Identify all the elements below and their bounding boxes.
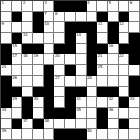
black-cell-r11c3: [22, 108, 33, 119]
clue-number-16: 16: [108, 44, 113, 49]
cell-r10c4[interactable]: 30: [33, 97, 44, 108]
cell-r6c7[interactable]: [65, 54, 76, 65]
cell-r8c2[interactable]: 26: [12, 76, 23, 87]
cell-r13c12[interactable]: [119, 129, 130, 140]
black-cell-r8c1: [1, 76, 12, 87]
clue-number-19: 19: [34, 54, 39, 59]
black-cell-r3c9: [87, 22, 98, 33]
black-cell-r3c7: [65, 22, 76, 33]
cell-r8c12[interactable]: [119, 76, 130, 87]
black-cell-r9c13: [129, 87, 140, 98]
cell-r12c8[interactable]: [76, 119, 87, 130]
clue-number-24: 24: [2, 65, 7, 70]
cell-r2c9[interactable]: [87, 12, 98, 23]
black-cell-r9c11: [108, 87, 119, 98]
cell-r8c6[interactable]: 27: [54, 76, 65, 87]
clue-number-25: 25: [98, 65, 103, 70]
cell-r12c5[interactable]: 38: [44, 119, 55, 130]
cell-r9c3[interactable]: [22, 87, 33, 98]
cell-r9c9[interactable]: [87, 87, 98, 98]
cell-r5c5[interactable]: [44, 44, 55, 55]
cell-r4c5[interactable]: [44, 33, 55, 44]
cell-r1c3[interactable]: 2: [22, 1, 33, 12]
black-cell-r3c11: [108, 22, 119, 33]
cell-r13c2[interactable]: [12, 129, 23, 140]
black-cell-r4c7: [65, 33, 76, 44]
black-cell-r10c7: [65, 97, 76, 108]
cell-r12c6[interactable]: [54, 119, 65, 130]
clue-number-39: 39: [2, 129, 7, 134]
cell-r2c11[interactable]: [108, 12, 119, 23]
black-cell-r11c10: [97, 108, 108, 119]
cell-r8c8[interactable]: [76, 76, 87, 87]
cell-r1c4[interactable]: [33, 1, 44, 12]
cell-r7c2[interactable]: [12, 65, 23, 76]
clue-number-15: 15: [12, 44, 17, 49]
cell-r6c8[interactable]: [76, 54, 87, 65]
cell-r10c8[interactable]: 31: [76, 97, 87, 108]
cell-r9c6[interactable]: [54, 87, 65, 98]
black-cell-r13c7: [65, 129, 76, 140]
cell-r11c12[interactable]: [119, 108, 130, 119]
cell-r2c3[interactable]: [22, 12, 33, 23]
black-cell-r4c2: [12, 33, 23, 44]
cell-r13c13[interactable]: [129, 129, 140, 140]
black-cell-r2c12: [119, 12, 130, 23]
cell-r11c11[interactable]: 36: [108, 108, 119, 119]
cell-r4c8[interactable]: 14: [76, 33, 87, 44]
clue-number-33: 33: [130, 97, 135, 102]
black-cell-r12c10: [97, 119, 108, 130]
cell-r11c13[interactable]: [129, 108, 140, 119]
cell-r4c4[interactable]: [33, 33, 44, 44]
cell-r6c5[interactable]: [44, 54, 55, 65]
black-cell-r11c5: [44, 108, 55, 119]
cell-r6c6[interactable]: 20: [54, 54, 65, 65]
clue-number-17: 17: [12, 54, 17, 59]
cell-r6c2[interactable]: 17: [12, 54, 23, 65]
black-cell-r9c1: [1, 87, 12, 98]
clue-number-5: 5: [108, 1, 110, 6]
cell-r12c13[interactable]: [129, 119, 140, 130]
cell-r10c10[interactable]: [97, 97, 108, 108]
cell-r1c9[interactable]: 4: [87, 1, 98, 12]
cell-r11c2[interactable]: [12, 108, 23, 119]
black-cell-r5c12: [119, 44, 130, 55]
black-cell-r10c3: [22, 97, 33, 108]
cell-r5c11[interactable]: 16: [108, 44, 119, 55]
clue-number-4: 4: [87, 1, 89, 6]
black-cell-r11c6: [54, 108, 65, 119]
black-cell-r12c2: [12, 119, 23, 130]
cell-r10c9[interactable]: [87, 97, 98, 108]
clue-number-7: 7: [44, 12, 46, 17]
cell-r3c3[interactable]: [22, 22, 33, 33]
cell-r1c12[interactable]: [119, 1, 130, 12]
cell-r2c8[interactable]: [76, 12, 87, 23]
black-cell-r2c4: [33, 12, 44, 23]
cell-r1c1[interactable]: 1: [1, 1, 12, 12]
black-cell-r3c4: [33, 22, 44, 33]
cell-r7c12[interactable]: [119, 65, 130, 76]
clue-number-21: 21: [98, 54, 103, 59]
cell-r3c2[interactable]: [12, 22, 23, 33]
black-cell-r4c11: [108, 33, 119, 44]
black-cell-r13c8: [76, 129, 87, 140]
cell-r5c2[interactable]: 15: [12, 44, 23, 55]
cell-r10c6[interactable]: [54, 97, 65, 108]
cell-r13c4[interactable]: [33, 129, 44, 140]
clue-number-29: 29: [12, 97, 17, 102]
cell-r3c6[interactable]: [54, 22, 65, 33]
black-cell-r4c13: [129, 33, 140, 44]
black-cell-r6c9: [87, 54, 98, 65]
cell-r13c1[interactable]: 39: [1, 129, 12, 140]
cell-r10c11[interactable]: 32: [108, 97, 119, 108]
cell-r7c1[interactable]: 24: [1, 65, 12, 76]
cell-r7c4[interactable]: [33, 65, 44, 76]
cell-r2c5[interactable]: 7: [44, 12, 55, 23]
cell-r13c9[interactable]: 40: [87, 129, 98, 140]
cell-r13c3[interactable]: [22, 129, 33, 140]
black-cell-r12c4: [33, 119, 44, 130]
cell-r1c11[interactable]: 5: [108, 1, 119, 12]
cell-r12c3[interactable]: 37: [22, 119, 33, 130]
clue-number-32: 32: [108, 97, 113, 102]
black-cell-r1c6: [54, 1, 65, 12]
cell-r4c12[interactable]: [119, 33, 130, 44]
cell-r8c4[interactable]: [33, 76, 44, 87]
clue-number-20: 20: [55, 54, 60, 59]
cell-r3c1[interactable]: 9: [1, 22, 12, 33]
cell-r11c9[interactable]: [87, 108, 98, 119]
clue-number-18: 18: [23, 54, 28, 59]
cell-r11c4[interactable]: [33, 108, 44, 119]
clue-number-1: 1: [2, 1, 4, 6]
cell-r7c10[interactable]: 25: [97, 65, 108, 76]
black-cell-r7c7: [65, 65, 76, 76]
cell-r7c8[interactable]: [76, 65, 87, 76]
clue-number-2: 2: [23, 1, 25, 6]
cell-r12c7[interactable]: [65, 119, 76, 130]
cell-r4c1[interactable]: [1, 33, 12, 44]
clue-number-10: 10: [44, 22, 49, 27]
cell-r12c1[interactable]: [1, 119, 12, 130]
cell-r1c10[interactable]: [97, 1, 108, 12]
black-cell-r9c10: [97, 87, 108, 98]
cell-r4c6[interactable]: [54, 33, 65, 44]
black-cell-r7c9: [87, 65, 98, 76]
cell-r7c13[interactable]: [129, 65, 140, 76]
cell-r6c4[interactable]: 19: [33, 54, 44, 65]
cell-r7c3[interactable]: [22, 65, 33, 76]
cell-r1c2[interactable]: [12, 1, 23, 12]
black-cell-r8c5: [44, 76, 55, 87]
cell-r3c13[interactable]: [129, 22, 140, 33]
cell-r2c1[interactable]: [1, 12, 12, 23]
cell-r10c13[interactable]: 33: [129, 97, 140, 108]
cell-r8c7[interactable]: [65, 76, 76, 87]
cell-r3c10[interactable]: 11: [97, 22, 108, 33]
cell-r6c3[interactable]: 18: [22, 54, 33, 65]
clue-number-37: 37: [23, 119, 28, 124]
black-cell-r10c12: [119, 97, 130, 108]
cell-r2c13[interactable]: [129, 12, 140, 23]
cell-r13c11[interactable]: [108, 129, 119, 140]
black-cell-r5c10: [97, 44, 108, 55]
black-cell-r6c1: [1, 54, 12, 65]
cell-r1c5[interactable]: 3: [44, 1, 55, 12]
clue-number-11: 11: [98, 22, 103, 27]
black-cell-r5c13: [129, 44, 140, 55]
clue-number-30: 30: [34, 97, 39, 102]
clue-number-3: 3: [44, 1, 46, 6]
black-cell-r1c8: [76, 1, 87, 12]
cell-r12c11[interactable]: [108, 119, 119, 130]
black-cell-r5c7: [65, 44, 76, 55]
cell-r5c8[interactable]: [76, 44, 87, 55]
cell-r9c12[interactable]: [119, 87, 130, 98]
crossword-grid: 1234567891011121314151617181920212224252…: [0, 0, 140, 140]
clue-number-35: 35: [76, 108, 81, 113]
clue-number-6: 6: [130, 1, 132, 6]
clue-number-9: 9: [2, 22, 4, 27]
cell-r2c6[interactable]: 8: [54, 12, 65, 23]
cell-r7c11[interactable]: [108, 65, 119, 76]
cell-r1c13[interactable]: 6: [129, 1, 140, 12]
cell-r10c2[interactable]: 29: [12, 97, 23, 108]
black-cell-r2c10: [97, 12, 108, 23]
cell-r8c11[interactable]: [108, 76, 119, 87]
clue-number-40: 40: [87, 129, 92, 134]
cell-r8c10[interactable]: [97, 76, 108, 87]
cell-r13c10[interactable]: [97, 129, 108, 140]
cell-r4c10[interactable]: [97, 33, 108, 44]
black-cell-r6c13: [129, 54, 140, 65]
clue-number-28: 28: [87, 76, 92, 81]
cell-r6c11[interactable]: [108, 54, 119, 65]
black-cell-r3c8: [76, 22, 87, 33]
black-cell-r5c9: [87, 44, 98, 55]
black-cell-r5c4: [33, 44, 44, 55]
black-cell-r5c1: [1, 44, 12, 55]
clue-number-31: 31: [76, 97, 81, 102]
black-cell-r9c7: [65, 87, 76, 98]
cell-r7c6[interactable]: [54, 65, 65, 76]
black-cell-r11c7: [65, 108, 76, 119]
clue-number-8: 8: [55, 12, 57, 17]
cell-r8c3[interactable]: [22, 76, 33, 87]
clue-number-34: 34: [2, 108, 7, 113]
black-cell-r9c8: [76, 87, 87, 98]
black-cell-r1c7: [65, 1, 76, 12]
cell-r12c9[interactable]: [87, 119, 98, 130]
clue-number-22: 22: [119, 54, 124, 59]
cell-r11c8[interactable]: 35: [76, 108, 87, 119]
black-cell-r8c13: [129, 76, 140, 87]
cell-r6c10[interactable]: 21: [97, 54, 108, 65]
black-cell-r7c5: [44, 65, 55, 76]
black-cell-r5c3: [22, 44, 33, 55]
clue-number-26: 26: [12, 76, 17, 81]
black-cell-r4c9: [87, 33, 98, 44]
black-cell-r9c2: [12, 87, 23, 98]
clue-number-12: 12: [119, 22, 124, 27]
cell-r11c1[interactable]: 34: [1, 108, 12, 119]
cell-r13c5[interactable]: [44, 129, 55, 140]
black-cell-r5c6: [54, 44, 65, 55]
clue-number-14: 14: [76, 33, 81, 38]
cell-r2c7[interactable]: [65, 12, 76, 23]
clue-number-13: 13: [23, 33, 28, 38]
clue-number-27: 27: [55, 76, 60, 81]
black-cell-r2c2: [12, 12, 23, 23]
black-cell-r13c6: [54, 129, 65, 140]
black-cell-r12c12: [119, 119, 130, 130]
cell-r3c5[interactable]: 10: [44, 22, 55, 33]
cell-r8c9[interactable]: 28: [87, 76, 98, 87]
clue-number-38: 38: [44, 119, 49, 124]
black-cell-r9c5: [44, 87, 55, 98]
cell-r6c12[interactable]: 22: [119, 54, 130, 65]
clue-number-36: 36: [108, 108, 113, 113]
black-cell-r10c1: [1, 97, 12, 108]
black-cell-r9c4: [33, 87, 44, 98]
black-cell-r10c5: [44, 97, 55, 108]
cell-r4c3[interactable]: 13: [22, 33, 33, 44]
cell-r3c12[interactable]: 12: [119, 22, 130, 33]
